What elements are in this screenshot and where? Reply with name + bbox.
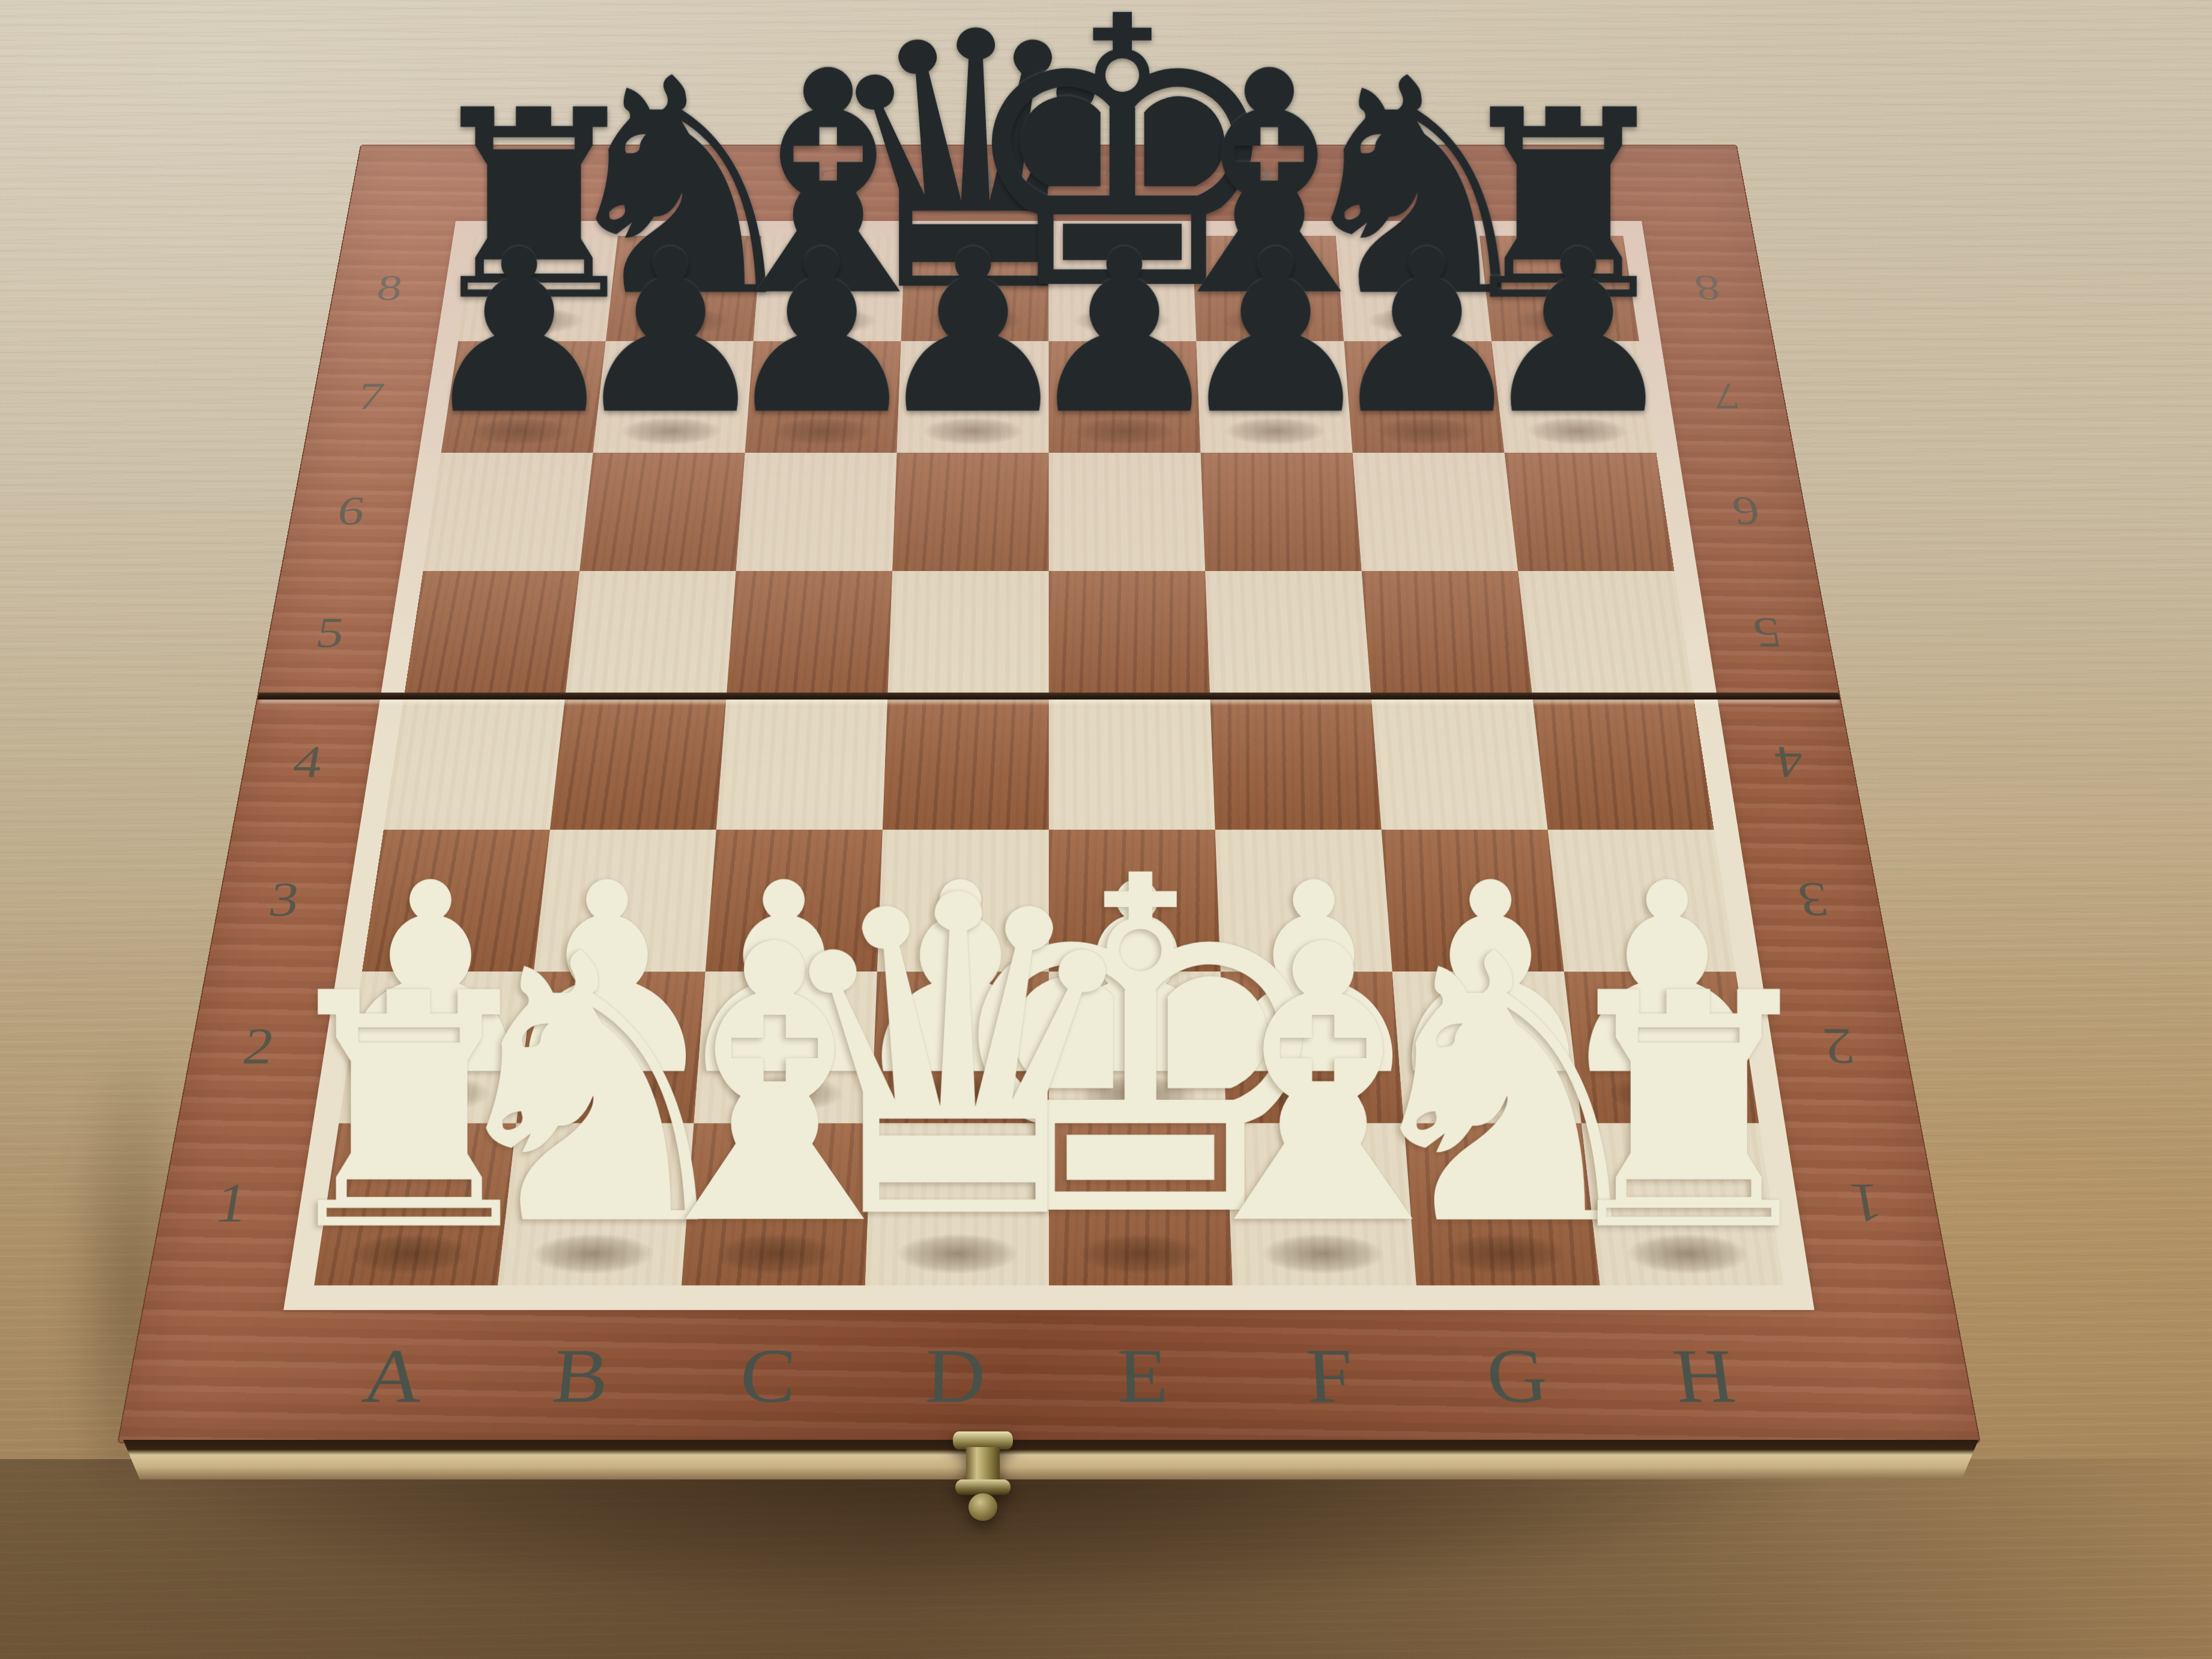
square-b5 xyxy=(565,571,736,697)
board-hinge-seam xyxy=(258,693,1840,700)
scene: ABCDEFGH ABCDEFGH 87654321 87654321 ♜♞♝♛… xyxy=(0,0,2212,1659)
piece-shadow xyxy=(615,304,748,338)
square-g5 xyxy=(1362,571,1532,697)
coord-slot: G xyxy=(1329,145,1478,221)
piece-shadow xyxy=(1359,413,1495,449)
piece-black-pawn-d7: ♟ xyxy=(872,230,1074,437)
square-h4 xyxy=(1532,697,1714,830)
square-f6 xyxy=(1201,453,1362,571)
square-f5 xyxy=(1205,571,1371,697)
piece-shadow xyxy=(693,1227,857,1280)
square-e1: ♚ xyxy=(1049,1123,1233,1286)
square-g1: ♞ xyxy=(1404,1123,1600,1286)
coord-slot: 6 xyxy=(282,453,419,571)
file-far-label-d: D xyxy=(958,161,998,205)
square-g8: ♞ xyxy=(1336,236,1491,342)
coord-slot: 5 xyxy=(258,571,400,697)
piece-shadow xyxy=(1235,1069,1393,1118)
square-g3 xyxy=(1382,830,1564,972)
square-b7: ♟ xyxy=(593,341,754,453)
rank-left-label-6: 6 xyxy=(334,488,368,534)
square-f2: ♟ xyxy=(1221,972,1404,1123)
coord-slot: B xyxy=(620,145,769,221)
piece-shadow xyxy=(451,413,588,449)
square-b6 xyxy=(579,453,745,571)
rank-left-label-7: 7 xyxy=(354,375,387,419)
square-d4 xyxy=(883,697,1049,830)
square-c1: ♝ xyxy=(681,1123,871,1286)
rank-right-label-8: 8 xyxy=(1691,267,1723,309)
square-c8: ♝ xyxy=(754,236,905,342)
piece-shadow xyxy=(1208,413,1343,449)
coord-slot: E xyxy=(1048,145,1191,221)
square-d3 xyxy=(877,830,1049,972)
square-d5 xyxy=(887,571,1048,697)
file-near-label-a: A xyxy=(358,1331,429,1420)
square-b8: ♞ xyxy=(606,236,761,342)
coord-slot: 3 xyxy=(207,830,360,972)
rank-left-label-3: 3 xyxy=(265,872,303,928)
piece-shadow xyxy=(350,1069,512,1118)
coord-slot: 1 xyxy=(1784,1123,1950,1286)
piece-black-pawn-f7: ♟ xyxy=(1175,230,1377,437)
coord-slot: 7 xyxy=(304,341,437,453)
rank-left-label-2: 2 xyxy=(239,1017,279,1076)
square-f1: ♝ xyxy=(1227,1123,1416,1286)
square-h8: ♜ xyxy=(1479,236,1639,342)
piece-white-pawn-d2: ♟ xyxy=(843,860,1078,1102)
piece-shadow xyxy=(528,1069,687,1118)
rank-left-label-4: 4 xyxy=(289,736,327,788)
coord-slot: 4 xyxy=(1717,697,1865,830)
light-wash-overlay xyxy=(118,145,1979,1442)
rank-right-label-3: 3 xyxy=(1794,872,1833,928)
piece-white-knight-g1: ♞ xyxy=(1340,922,1672,1262)
coord-slot: A xyxy=(290,1310,495,1442)
coord-slot: 4 xyxy=(233,697,380,830)
piece-black-pawn-c7: ♟ xyxy=(721,230,923,437)
square-f7: ♟ xyxy=(1196,341,1352,453)
file-near-label-c: C xyxy=(738,1331,799,1420)
rank-right-label-2: 2 xyxy=(1819,1017,1859,1076)
rank-left-label-1: 1 xyxy=(211,1171,253,1235)
square-c7: ♟ xyxy=(745,341,901,453)
piece-white-pawn-c2: ♟ xyxy=(666,860,901,1102)
coord-slot: 2 xyxy=(1760,972,1920,1123)
square-e8: ♚ xyxy=(1049,236,1197,342)
piece-white-pawn-e2: ♟ xyxy=(1020,860,1255,1102)
square-b3 xyxy=(534,830,716,972)
square-c6 xyxy=(736,453,897,571)
piece-shadow xyxy=(1059,1069,1215,1118)
coord-slot: 8 xyxy=(1644,236,1773,342)
square-g4 xyxy=(1371,697,1548,830)
square-f4 xyxy=(1210,697,1381,830)
square-g2: ♟ xyxy=(1392,972,1582,1123)
piece-shadow xyxy=(754,413,889,449)
square-e5 xyxy=(1049,571,1210,697)
piece-white-bishop-f1: ♝ xyxy=(1152,911,1494,1262)
rank-left-label-5: 5 xyxy=(312,608,348,657)
square-e4 xyxy=(1049,697,1215,830)
file-near-label-h: H xyxy=(1669,1331,1741,1420)
piece-shadow xyxy=(1241,1227,1405,1280)
piece-shadow xyxy=(1057,304,1187,338)
coord-slot: F xyxy=(1189,145,1335,221)
coord-slot: H xyxy=(1603,1310,1807,1442)
square-h2: ♟ xyxy=(1564,972,1759,1123)
square-b1: ♞ xyxy=(498,1123,694,1286)
file-far-label-h: H xyxy=(1522,161,1567,205)
coord-slot: H xyxy=(1469,145,1621,221)
square-c5 xyxy=(727,571,892,697)
coord-slot: D xyxy=(905,145,1048,221)
file-near-label-f: F xyxy=(1304,1331,1355,1420)
piece-black-pawn-g7: ♟ xyxy=(1326,230,1528,437)
file-near-label-d: D xyxy=(924,1331,986,1420)
square-d8: ♛ xyxy=(901,236,1049,342)
piece-white-pawn-f2: ♟ xyxy=(1196,860,1431,1102)
piece-black-pawn-h7: ♟ xyxy=(1477,230,1679,437)
square-h3 xyxy=(1548,830,1736,972)
square-e2: ♟ xyxy=(1049,972,1227,1123)
square-c3 xyxy=(706,830,883,972)
brass-clasp xyxy=(952,1431,1014,1523)
rank-labels-left: 87654321 xyxy=(148,236,453,1286)
file-far-label-f: F xyxy=(1245,161,1278,205)
square-e7: ♟ xyxy=(1049,341,1201,453)
square-a5 xyxy=(404,571,579,697)
coord-slot: D xyxy=(859,1310,1049,1442)
square-b4 xyxy=(550,697,727,830)
piece-shadow xyxy=(1350,304,1482,338)
square-d1: ♛ xyxy=(865,1123,1049,1286)
piece-shadow xyxy=(1410,1069,1570,1118)
square-d6 xyxy=(892,453,1048,571)
board-front-edge xyxy=(123,1440,1978,1479)
rank-right-label-5: 5 xyxy=(1750,608,1785,657)
square-h1: ♜ xyxy=(1582,1123,1784,1286)
piece-black-pawn-a7: ♟ xyxy=(419,230,620,437)
piece-white-pawn-h2: ♟ xyxy=(1550,860,1785,1102)
square-c4 xyxy=(716,697,887,830)
rank-right-label-6: 6 xyxy=(1729,488,1763,534)
piece-white-bishop-c1: ♝ xyxy=(603,911,946,1262)
piece-white-king-e1: ♚ xyxy=(933,836,1348,1262)
piece-white-pawn-g2: ♟ xyxy=(1373,860,1608,1102)
chess-board: ABCDEFGH ABCDEFGH 87654321 87654321 ♜♞♝♛… xyxy=(117,145,1981,1443)
file-far-label-b: B xyxy=(674,161,715,205)
playing-area: ♜♞♝♛♚♝♞♜♟♟♟♟♟♟♟♟♟♟♟♟♟♟♟♟♜♞♝♛♚♝♞♜ xyxy=(314,236,1784,1286)
piece-shadow xyxy=(1060,1227,1221,1280)
coord-slot: 7 xyxy=(1661,341,1794,453)
piece-shadow xyxy=(882,1069,1038,1118)
piece-shadow xyxy=(1058,413,1192,449)
piece-shadow xyxy=(705,1069,863,1118)
file-near-label-b: B xyxy=(549,1331,612,1420)
piece-white-rook-a1: ♜ xyxy=(264,964,554,1262)
piece-shadow xyxy=(763,304,893,338)
square-g7: ♟ xyxy=(1344,341,1504,453)
coord-slot: 2 xyxy=(178,972,337,1123)
square-b2: ♟ xyxy=(516,972,706,1123)
square-f8: ♝ xyxy=(1192,236,1344,342)
piece-white-pawn-a2: ♟ xyxy=(313,860,548,1102)
square-c2: ♟ xyxy=(694,972,877,1123)
piece-black-rook-h8: ♜ xyxy=(1446,86,1680,326)
square-a1: ♜ xyxy=(314,1123,516,1286)
coord-slot: 3 xyxy=(1738,830,1891,972)
square-a3 xyxy=(362,830,550,972)
rank-right-label-7: 7 xyxy=(1710,375,1743,419)
piece-shadow xyxy=(1509,413,1647,449)
file-labels-far: ABCDEFGH xyxy=(477,145,1621,221)
piece-black-pawn-b7: ♟ xyxy=(570,230,772,437)
piece-shadow xyxy=(906,413,1040,449)
file-far-label-c: C xyxy=(817,161,856,205)
square-a4 xyxy=(384,697,565,830)
square-a2: ♟ xyxy=(339,972,534,1123)
coord-slot: G xyxy=(1418,1310,1618,1442)
coord-slot: C xyxy=(763,145,908,221)
file-labels-near: ABCDEFGH xyxy=(290,1310,1807,1442)
piece-shadow xyxy=(1204,304,1335,338)
rank-right-label-1: 1 xyxy=(1845,1171,1887,1235)
clasp-knob xyxy=(969,1493,997,1521)
coord-slot: 5 xyxy=(1697,571,1840,697)
file-far-label-e: E xyxy=(1102,161,1137,205)
piece-shadow xyxy=(326,1227,494,1280)
piece-shadow xyxy=(602,413,739,449)
square-e3 xyxy=(1049,830,1221,972)
square-g6 xyxy=(1353,453,1518,571)
square-a8: ♜ xyxy=(458,236,618,342)
piece-black-rook-a8: ♜ xyxy=(417,86,651,326)
piece-shadow xyxy=(1423,1227,1589,1280)
piece-shadow xyxy=(468,304,602,338)
piece-shadow xyxy=(1604,1227,1772,1280)
coord-slot: B xyxy=(480,1310,680,1442)
coord-slot: 6 xyxy=(1678,453,1816,571)
square-d2: ♟ xyxy=(871,972,1049,1123)
coord-slot: E xyxy=(1049,1310,1239,1442)
file-far-label-g: G xyxy=(1381,161,1425,205)
piece-shadow xyxy=(877,1227,1038,1280)
piece-shadow xyxy=(1496,304,1630,338)
clasp-stem xyxy=(966,1447,1000,1482)
square-h5 xyxy=(1518,571,1693,697)
coord-slot: 8 xyxy=(324,236,453,342)
file-near-label-e: E xyxy=(1117,1331,1169,1420)
coord-slot: C xyxy=(669,1310,864,1442)
piece-white-knight-b1: ♞ xyxy=(426,922,758,1262)
inner-margin xyxy=(283,221,1815,1310)
square-h7: ♟ xyxy=(1491,341,1656,453)
rank-left-label-8: 8 xyxy=(373,267,405,309)
file-far-label-a: A xyxy=(530,161,576,205)
piece-shadow xyxy=(910,304,1040,338)
square-h6 xyxy=(1505,453,1675,571)
piece-white-pawn-b2: ♟ xyxy=(489,860,725,1102)
square-e6 xyxy=(1049,453,1206,571)
coord-slot: F xyxy=(1233,1310,1428,1442)
piece-shadow xyxy=(509,1227,675,1280)
piece-shadow xyxy=(1586,1069,1748,1118)
piece-white-rook-h1: ♜ xyxy=(1544,964,1834,1262)
rank-labels-right: 87654321 xyxy=(1644,236,1950,1286)
square-f3 xyxy=(1215,830,1392,972)
coord-slot: A xyxy=(477,145,629,221)
rank-right-label-4: 4 xyxy=(1771,736,1809,788)
file-near-label-g: G xyxy=(1483,1331,1552,1420)
square-d7: ♟ xyxy=(897,341,1049,453)
square-a6 xyxy=(423,453,593,571)
piece-white-queen-d1: ♛ xyxy=(760,857,1154,1262)
piece-black-pawn-e7: ♟ xyxy=(1024,230,1225,437)
square-a7: ♟ xyxy=(441,341,606,453)
coord-slot: 1 xyxy=(148,1123,313,1286)
